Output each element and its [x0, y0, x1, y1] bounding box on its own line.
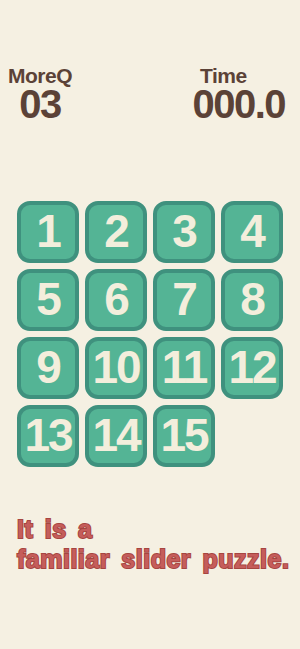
tile-5[interactable]: 5 [17, 269, 79, 331]
caption-line-1: It is a [17, 514, 289, 544]
tile-12[interactable]: 12 [221, 337, 283, 399]
tile-4[interactable]: 4 [221, 201, 283, 263]
empty-cell [221, 405, 283, 467]
tile-6[interactable]: 6 [85, 269, 147, 331]
puzzle-grid: 123456789101112131415 [17, 201, 283, 467]
tile-1[interactable]: 1 [17, 201, 79, 263]
tile-3[interactable]: 3 [153, 201, 215, 263]
tile-7[interactable]: 7 [153, 269, 215, 331]
moves-stat: MoreQ 03 [2, 66, 78, 122]
tile-2[interactable]: 2 [85, 201, 147, 263]
tile-14[interactable]: 14 [85, 405, 147, 467]
moves-value: 03 [2, 86, 78, 122]
tile-10[interactable]: 10 [85, 337, 147, 399]
tile-9[interactable]: 9 [17, 337, 79, 399]
time-value: 000.0 [192, 86, 285, 122]
caption-line-2: familiar slider puzzle. [17, 544, 289, 574]
tile-13[interactable]: 13 [17, 405, 79, 467]
tile-8[interactable]: 8 [221, 269, 283, 331]
caption: It is a familiar slider puzzle. [17, 514, 289, 574]
tile-11[interactable]: 11 [153, 337, 215, 399]
tile-15[interactable]: 15 [153, 405, 215, 467]
